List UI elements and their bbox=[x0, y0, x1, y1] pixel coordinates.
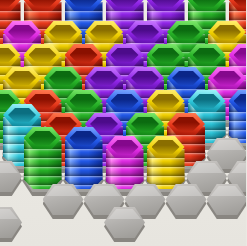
stack-opening-interior bbox=[111, 0, 139, 7]
stack-opening-interior bbox=[213, 71, 241, 85]
stack-opening-interior bbox=[172, 117, 200, 131]
stack-opening-interior bbox=[131, 25, 159, 39]
stack-opening-interior bbox=[172, 25, 200, 39]
stack-opening-interior bbox=[70, 48, 98, 62]
stack-opening-interior bbox=[49, 71, 77, 85]
empty-cell[interactable] bbox=[104, 207, 145, 241]
game-screen bbox=[0, 0, 246, 246]
stack-opening-interior bbox=[193, 0, 221, 7]
stack-opening-interior bbox=[111, 140, 139, 154]
stack-opening-interior bbox=[172, 71, 200, 85]
stack-opening-interior bbox=[234, 94, 247, 108]
board-row bbox=[0, 69, 246, 92]
stack-opening-interior bbox=[29, 48, 57, 62]
stack-opening-interior bbox=[0, 0, 16, 7]
board-row bbox=[0, 184, 246, 207]
stack-opening-interior bbox=[234, 48, 247, 62]
stack-opening-interior bbox=[70, 0, 98, 7]
stack-opening-interior bbox=[8, 25, 36, 39]
stack-opening-interior bbox=[213, 25, 241, 39]
stack-opening-interior bbox=[70, 131, 98, 145]
stack-opening-interior bbox=[90, 25, 118, 39]
stack-opening-interior bbox=[111, 94, 139, 108]
hex-board bbox=[0, 0, 246, 207]
stack-opening-interior bbox=[49, 25, 77, 39]
stack-opening-interior bbox=[0, 48, 16, 62]
board-row bbox=[0, 138, 246, 161]
board-row bbox=[0, 161, 246, 184]
stack-opening-interior bbox=[90, 71, 118, 85]
stack-opening-interior bbox=[8, 71, 36, 85]
stack-opening-interior bbox=[131, 71, 159, 85]
stack-opening-interior bbox=[152, 48, 180, 62]
stack-opening-interior bbox=[29, 131, 57, 145]
stack-opening-interior bbox=[131, 117, 159, 131]
stack-opening-interior bbox=[152, 0, 180, 7]
hex-face bbox=[0, 207, 22, 238]
board-row bbox=[0, 0, 246, 23]
stack-opening-interior bbox=[70, 94, 98, 108]
empty-cell[interactable] bbox=[0, 207, 22, 241]
stack-opening-interior bbox=[152, 140, 180, 154]
stack-opening-interior bbox=[193, 94, 221, 108]
stack-opening-interior bbox=[193, 48, 221, 62]
stack-opening-interior bbox=[152, 94, 180, 108]
board-row bbox=[0, 23, 246, 46]
board-row bbox=[0, 46, 246, 69]
stack-opening-interior bbox=[234, 0, 247, 7]
stack-opening-interior bbox=[29, 0, 57, 7]
stack-opening-interior bbox=[8, 108, 36, 122]
stack-opening-interior bbox=[111, 48, 139, 62]
